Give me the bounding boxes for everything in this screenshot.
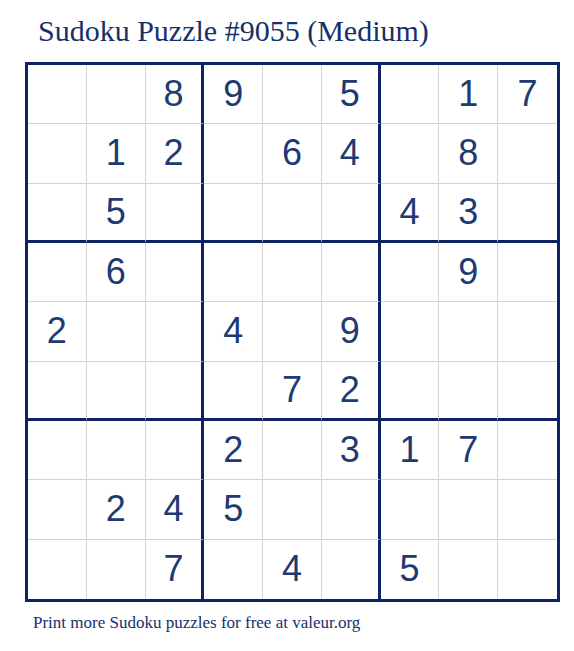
cell-r9c1 <box>28 540 87 599</box>
cell-r2c7 <box>381 124 440 183</box>
cell-r7c9 <box>498 421 557 480</box>
cell-r4c1 <box>28 243 87 302</box>
cell-r1c2 <box>87 65 146 124</box>
cell-r3c2: 5 <box>87 184 146 243</box>
cell-r8c5 <box>263 480 322 539</box>
cell-r3c3 <box>146 184 205 243</box>
sudoku-board: 895171264854369249722317245745 <box>25 62 560 602</box>
cell-r5c6: 9 <box>322 302 381 361</box>
cell-r6c4 <box>204 362 263 421</box>
cell-r2c9 <box>498 124 557 183</box>
cell-r4c3 <box>146 243 205 302</box>
cell-r4c2: 6 <box>87 243 146 302</box>
cell-r7c3 <box>146 421 205 480</box>
cell-r2c2: 1 <box>87 124 146 183</box>
cell-r8c3: 4 <box>146 480 205 539</box>
cell-r8c8 <box>439 480 498 539</box>
footer-note: Print more Sudoku puzzles for free at va… <box>33 613 360 633</box>
cell-r9c9 <box>498 540 557 599</box>
cell-r5c5 <box>263 302 322 361</box>
cell-r1c7 <box>381 65 440 124</box>
cell-r7c8: 7 <box>439 421 498 480</box>
cell-r5c4: 4 <box>204 302 263 361</box>
cell-r7c6: 3 <box>322 421 381 480</box>
cell-r5c1: 2 <box>28 302 87 361</box>
cell-r8c4: 5 <box>204 480 263 539</box>
cell-r8c7 <box>381 480 440 539</box>
cell-r6c6: 2 <box>322 362 381 421</box>
cell-r5c8 <box>439 302 498 361</box>
cell-r7c4: 2 <box>204 421 263 480</box>
puzzle-title: Sudoku Puzzle #9055 (Medium) <box>38 14 429 48</box>
cell-r3c8: 3 <box>439 184 498 243</box>
cell-r9c3: 7 <box>146 540 205 599</box>
cell-r4c6 <box>322 243 381 302</box>
cell-r4c7 <box>381 243 440 302</box>
cell-r3c1 <box>28 184 87 243</box>
cell-r9c4 <box>204 540 263 599</box>
cell-r3c7: 4 <box>381 184 440 243</box>
cell-r2c3: 2 <box>146 124 205 183</box>
cell-r2c5: 6 <box>263 124 322 183</box>
cell-r6c7 <box>381 362 440 421</box>
cell-r9c2 <box>87 540 146 599</box>
cell-r8c9 <box>498 480 557 539</box>
cell-r2c8: 8 <box>439 124 498 183</box>
cell-r4c5 <box>263 243 322 302</box>
cell-r2c1 <box>28 124 87 183</box>
cell-r1c6: 5 <box>322 65 381 124</box>
cell-r1c8: 1 <box>439 65 498 124</box>
cell-r9c7: 5 <box>381 540 440 599</box>
cell-r3c4 <box>204 184 263 243</box>
cell-r2c4 <box>204 124 263 183</box>
cell-r1c3: 8 <box>146 65 205 124</box>
cell-r6c5: 7 <box>263 362 322 421</box>
cell-r9c5: 4 <box>263 540 322 599</box>
cell-r7c1 <box>28 421 87 480</box>
cell-r3c5 <box>263 184 322 243</box>
cell-r6c3 <box>146 362 205 421</box>
cell-r6c8 <box>439 362 498 421</box>
cell-r9c8 <box>439 540 498 599</box>
cell-r5c7 <box>381 302 440 361</box>
cell-r3c6 <box>322 184 381 243</box>
cell-r6c2 <box>87 362 146 421</box>
cell-r8c2: 2 <box>87 480 146 539</box>
cell-r8c6 <box>322 480 381 539</box>
cell-r3c9 <box>498 184 557 243</box>
cell-r8c1 <box>28 480 87 539</box>
cell-r5c2 <box>87 302 146 361</box>
cell-r4c9 <box>498 243 557 302</box>
cell-r5c9 <box>498 302 557 361</box>
cell-r7c2 <box>87 421 146 480</box>
cell-r1c1 <box>28 65 87 124</box>
cell-r2c6: 4 <box>322 124 381 183</box>
cell-r4c8: 9 <box>439 243 498 302</box>
cell-r1c9: 7 <box>498 65 557 124</box>
cell-r7c7: 1 <box>381 421 440 480</box>
cell-r9c6 <box>322 540 381 599</box>
cell-r4c4 <box>204 243 263 302</box>
cell-r1c4: 9 <box>204 65 263 124</box>
cell-r6c9 <box>498 362 557 421</box>
cell-r1c5 <box>263 65 322 124</box>
cell-r6c1 <box>28 362 87 421</box>
cell-r5c3 <box>146 302 205 361</box>
cell-r7c5 <box>263 421 322 480</box>
